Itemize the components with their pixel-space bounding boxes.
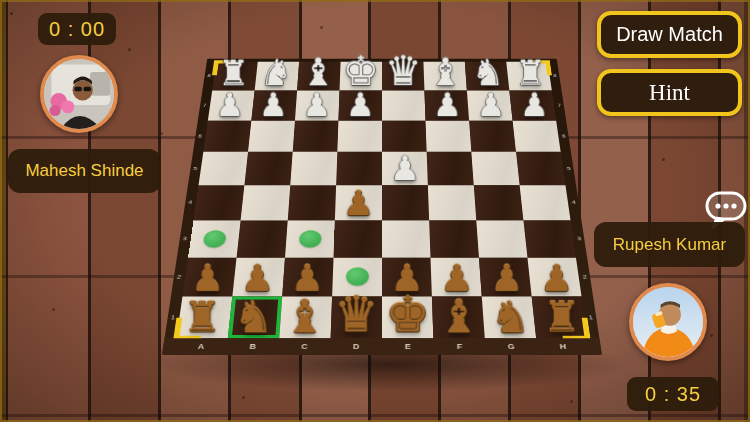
square-f8[interactable]: ♝ [423,62,466,91]
silver-knight-g8[interactable]: ♞ [472,57,504,90]
brown-pawn-b2[interactable]: ♟ [241,262,274,296]
square-a4[interactable] [193,185,244,220]
square-c3[interactable] [285,220,335,257]
square-d7[interactable]: ♟ [338,90,382,120]
avatar-right[interactable] [629,283,707,361]
move-hint-dot-a3[interactable] [203,230,227,247]
file-label-d: D [330,338,382,355]
square-f4[interactable] [428,185,476,220]
square-h1[interactable]: ♜ [532,297,588,339]
square-a6[interactable] [203,120,251,152]
file-labels: ABCDEFGH [162,338,602,355]
player-name-right: Rupesh Kumar [594,222,745,267]
brown-queen-d1[interactable]: ♛ [334,292,378,337]
square-g7[interactable]: ♟ [467,90,513,120]
move-hint-dot-d2[interactable] [346,268,369,286]
square-e1[interactable]: ♚ [382,297,433,339]
square-c6[interactable] [293,120,339,152]
square-f7[interactable]: ♟ [424,90,469,120]
silver-pawn-d7[interactable]: ♟ [346,91,375,120]
silver-bishop-f8[interactable]: ♝ [429,55,463,90]
square-g6[interactable] [469,120,516,152]
brown-king-e1[interactable]: ♚ [386,292,430,337]
square-b5[interactable] [244,152,292,185]
square-g4[interactable] [474,185,524,220]
square-h6[interactable] [513,120,561,152]
file-label-c: C [278,338,331,355]
square-a8[interactable]: ♜ [212,62,258,91]
silver-bishop-c8[interactable]: ♝ [302,55,336,90]
square-d6[interactable] [337,120,382,152]
square-e6[interactable] [382,120,427,152]
square-h3[interactable] [523,220,575,257]
square-e5[interactable]: ♟ [382,152,428,185]
brown-pawn-h2[interactable]: ♟ [540,262,573,296]
file-label-b: B [226,338,279,355]
avatar-left[interactable] [40,55,118,133]
square-f5[interactable] [427,152,474,185]
square-e4[interactable] [382,185,429,220]
silver-pawn-e5[interactable]: ♟ [390,154,420,185]
game-background: 87654321 87654321 ♜♞♝♚♛♝♞♜♟♟♟♟♟♟♟♟♟♟♟♟♟♟… [0,0,750,422]
silver-pawn-b7[interactable]: ♟ [259,91,288,120]
square-g5[interactable] [471,152,519,185]
file-label-e: E [382,338,434,355]
timer-right: 0 : 35 [627,377,719,411]
silver-rook-h8[interactable]: ♜ [515,58,546,90]
brown-pawn-d4[interactable]: ♟ [343,188,374,220]
silver-king-d8[interactable]: ♚ [342,52,379,90]
square-b2[interactable]: ♟ [232,257,285,296]
square-c5[interactable] [290,152,337,185]
square-h8[interactable]: ♜ [506,62,552,91]
square-e7[interactable] [382,90,426,120]
brown-knight-b1[interactable]: ♞ [234,297,273,337]
square-c1[interactable]: ♝ [279,297,332,339]
silver-knight-b8[interactable]: ♞ [260,57,292,90]
wood-nail-dots [10,12,13,15]
square-h2[interactable]: ♟ [527,257,581,296]
square-h4[interactable] [520,185,571,220]
silver-queen-e8[interactable]: ♛ [385,52,422,90]
square-d3[interactable] [334,220,382,257]
square-a1[interactable]: ♜ [176,297,232,339]
square-b1[interactable]: ♞ [228,297,282,339]
square-d1[interactable]: ♛ [331,297,382,339]
brown-rook-h1[interactable]: ♜ [543,299,580,337]
square-a5[interactable] [199,152,248,185]
square-b6[interactable] [248,120,295,152]
square-a3[interactable] [188,220,240,257]
square-g2[interactable]: ♟ [479,257,532,296]
brown-pawn-a2[interactable]: ♟ [191,262,224,296]
silver-pawn-f7[interactable]: ♟ [433,91,462,120]
file-label-f: F [433,338,486,355]
square-a7[interactable]: ♟ [208,90,255,120]
silver-pawn-c7[interactable]: ♟ [302,91,331,120]
square-f1[interactable]: ♝ [432,297,485,339]
silver-pawn-h7[interactable]: ♟ [520,91,549,120]
brown-pawn-g2[interactable]: ♟ [490,262,523,296]
brown-knight-g1[interactable]: ♞ [491,297,530,337]
player-name-left: Mahesh Shinde [8,149,161,193]
square-g3[interactable] [476,220,527,257]
square-c7[interactable]: ♟ [295,90,340,120]
square-f6[interactable] [426,120,472,152]
square-f3[interactable] [429,220,479,257]
file-label-a: A [174,338,228,355]
square-h5[interactable] [516,152,565,185]
file-label-g: G [485,338,538,355]
square-b4[interactable] [241,185,291,220]
right-avatar-photo [633,287,703,357]
square-b3[interactable] [237,220,288,257]
brown-rook-a1[interactable]: ♜ [184,299,221,337]
move-hint-dot-c3[interactable] [299,230,322,247]
chess-board-scene: 87654321 87654321 ♜♞♝♚♛♝♞♜♟♟♟♟♟♟♟♟♟♟♟♟♟♟… [162,59,602,355]
file-label-h: H [536,338,590,355]
square-a2[interactable]: ♟ [182,257,236,296]
square-d8[interactable]: ♚ [340,62,382,91]
left-avatar-photo [44,59,114,129]
square-g1[interactable]: ♞ [482,297,536,339]
square-c8[interactable]: ♝ [297,62,340,91]
square-c4[interactable] [288,185,336,220]
square-g8[interactable]: ♞ [465,62,510,91]
square-b7[interactable]: ♟ [251,90,297,120]
draw-match-button[interactable]: Draw Match [597,11,742,58]
square-e3[interactable] [382,220,430,257]
board-frame: 87654321 87654321 ♜♞♝♚♛♝♞♜♟♟♟♟♟♟♟♟♟♟♟♟♟♟… [162,59,602,355]
silver-pawn-a7[interactable]: ♟ [215,91,244,120]
board-grid: ♜♞♝♚♛♝♞♜♟♟♟♟♟♟♟♟♟♟♟♟♟♟♟♟♜♞♝♛♚♝♞♜ [176,62,587,338]
silver-rook-a8[interactable]: ♜ [218,58,249,90]
hint-button[interactable]: Hint [597,69,742,116]
timer-left: 0 : 00 [38,13,116,45]
square-d5[interactable] [336,152,382,185]
square-e8[interactable]: ♛ [382,62,424,91]
square-h7[interactable]: ♟ [509,90,556,120]
brown-bishop-f1[interactable]: ♝ [439,296,480,338]
silver-pawn-g7[interactable]: ♟ [477,91,506,120]
square-d4[interactable]: ♟ [335,185,382,220]
square-b8[interactable]: ♞ [255,62,300,91]
brown-bishop-c1[interactable]: ♝ [285,296,326,338]
